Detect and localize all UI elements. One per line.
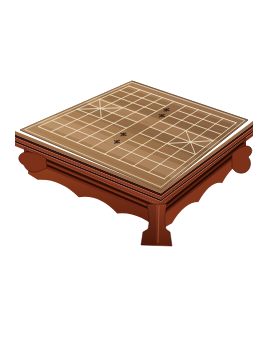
xiangqi-table-image: 楚河漢界 [0, 0, 270, 360]
product-photo: 楚河漢界 [0, 0, 270, 360]
